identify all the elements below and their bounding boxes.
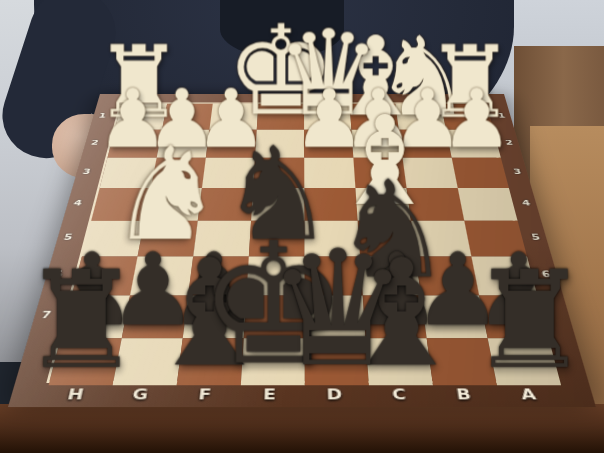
square-a3[interactable]: [452, 158, 509, 188]
square-h8[interactable]: ♜: [49, 338, 122, 385]
chess-board-scene: 1234567 ♜♚♛♝♞♜♟♟♟♟♟♟♟♝♞♞♞♟♟♟♟♟♟♜♝♚♛♝♜ 12…: [0, 94, 604, 453]
board-squares: ♜♚♛♝♞♜♟♟♟♟♟♟♟♝♞♞♞♟♟♟♟♟♟♜♝♚♛♝♜: [46, 103, 557, 383]
piece-glyph: ♟: [440, 80, 512, 157]
file-label-g: G: [105, 383, 174, 407]
file-label-e: E: [236, 383, 302, 407]
black-queen-d8[interactable]: ♛: [265, 233, 408, 384]
black-rook-h8[interactable]: ♜: [20, 256, 141, 384]
square-d8[interactable]: ♛: [305, 338, 369, 385]
square-a8[interactable]: ♜: [488, 338, 561, 385]
piece-glyph: ♛: [265, 233, 408, 384]
file-label-a: A: [494, 383, 564, 407]
square-a4[interactable]: [458, 188, 518, 221]
piece-glyph: ♜: [20, 256, 141, 384]
file-label-b: B: [430, 383, 499, 407]
black-rook-a8[interactable]: ♜: [468, 256, 589, 384]
piece-glyph: ♜: [468, 256, 589, 384]
file-label-h: H: [40, 383, 110, 407]
file-label-c: C: [366, 383, 433, 407]
chess-board: 1234567 ♜♚♛♝♞♜♟♟♟♟♟♟♟♝♞♞♞♟♟♟♟♟♟♜♝♚♛♝♜ 12…: [8, 94, 596, 407]
white-pawn-a2[interactable]: ♟: [440, 80, 512, 157]
file-label-d: D: [302, 383, 368, 407]
square-a2[interactable]: ♟: [446, 130, 501, 158]
file-labels-bottom: HGFEDCBA: [8, 383, 596, 407]
file-label-f: F: [171, 383, 238, 407]
